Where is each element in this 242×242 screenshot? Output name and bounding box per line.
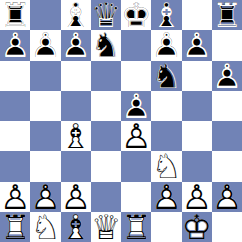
piece-outline: ♖ bbox=[121, 212, 151, 242]
square-b1[interactable]: ♞♘ bbox=[30, 212, 60, 242]
square-d3[interactable] bbox=[91, 151, 121, 181]
piece-white-bishop[interactable]: ♝♗ bbox=[61, 121, 91, 151]
square-e7[interactable] bbox=[121, 30, 151, 60]
square-h1[interactable] bbox=[212, 212, 242, 242]
piece-outline: ♕ bbox=[91, 212, 121, 242]
piece-white-queen[interactable]: ♛♕ bbox=[91, 212, 121, 242]
square-h8[interactable]: ♜♖ bbox=[212, 0, 242, 30]
square-g6[interactable] bbox=[182, 61, 212, 91]
square-g1[interactable]: ♚♔ bbox=[182, 212, 212, 242]
piece-outline: ♘ bbox=[30, 212, 60, 242]
square-b5[interactable] bbox=[30, 91, 60, 121]
square-e1[interactable]: ♜♖ bbox=[121, 212, 151, 242]
piece-white-pawn[interactable]: ♟♙ bbox=[151, 182, 181, 212]
square-c1[interactable]: ♝♗ bbox=[61, 212, 91, 242]
square-g4[interactable] bbox=[182, 121, 212, 151]
square-f5[interactable] bbox=[151, 91, 181, 121]
piece-outline: ♖ bbox=[212, 0, 242, 30]
square-h6[interactable]: ♟♙ bbox=[212, 61, 242, 91]
piece-outline: ♗ bbox=[60, 121, 90, 151]
chess-board: ♜♖♝♗♛♕♚♔♝♗♜♖♟♙♟♙♟♙♞♘♟♙♟♙♞♘♟♙♟♙♝♗♟♙♞♘♟♙♟♙… bbox=[0, 0, 242, 242]
piece-black-king[interactable]: ♚♔ bbox=[121, 0, 151, 30]
square-b4[interactable] bbox=[30, 121, 60, 151]
piece-outline: ♔ bbox=[121, 0, 151, 30]
piece-outline: ♙ bbox=[212, 182, 242, 212]
square-b6[interactable] bbox=[30, 61, 60, 91]
piece-white-king[interactable]: ♚♔ bbox=[182, 212, 212, 242]
piece-white-pawn[interactable]: ♟♙ bbox=[212, 182, 242, 212]
piece-white-knight[interactable]: ♞♘ bbox=[30, 212, 60, 242]
square-d7[interactable]: ♞♘ bbox=[91, 30, 121, 60]
piece-outline: ♗ bbox=[60, 212, 90, 242]
piece-black-knight[interactable]: ♞♘ bbox=[151, 61, 181, 91]
piece-outline: ♔ bbox=[181, 212, 211, 242]
square-b7[interactable]: ♟♙ bbox=[30, 30, 60, 60]
piece-outline: ♙ bbox=[30, 30, 60, 60]
square-c4[interactable]: ♝♗ bbox=[61, 121, 91, 151]
piece-white-rook[interactable]: ♜♖ bbox=[0, 212, 30, 242]
piece-white-pawn[interactable]: ♟♙ bbox=[121, 121, 151, 151]
square-c6[interactable] bbox=[61, 61, 91, 91]
piece-outline: ♙ bbox=[181, 30, 211, 60]
piece-black-pawn[interactable]: ♟♙ bbox=[0, 30, 30, 60]
piece-white-bishop[interactable]: ♝♗ bbox=[61, 212, 91, 242]
square-e4[interactable]: ♟♙ bbox=[121, 121, 151, 151]
piece-black-knight[interactable]: ♞♘ bbox=[91, 30, 121, 60]
piece-black-pawn[interactable]: ♟♙ bbox=[61, 30, 91, 60]
piece-outline: ♙ bbox=[121, 121, 151, 151]
square-a5[interactable] bbox=[0, 91, 30, 121]
piece-outline: ♙ bbox=[212, 61, 242, 91]
piece-black-rook[interactable]: ♜♖ bbox=[212, 0, 242, 30]
piece-outline: ♖ bbox=[0, 212, 30, 242]
piece-outline: ♙ bbox=[60, 30, 90, 60]
square-a6[interactable] bbox=[0, 61, 30, 91]
square-d1[interactable]: ♛♕ bbox=[91, 212, 121, 242]
piece-outline: ♘ bbox=[151, 61, 181, 91]
square-a4[interactable] bbox=[0, 121, 30, 151]
square-a1[interactable]: ♜♖ bbox=[0, 212, 30, 242]
square-h4[interactable] bbox=[212, 121, 242, 151]
piece-outline: ♙ bbox=[151, 182, 181, 212]
piece-outline: ♙ bbox=[0, 30, 30, 60]
square-d6[interactable] bbox=[91, 61, 121, 91]
piece-black-pawn[interactable]: ♟♙ bbox=[182, 30, 212, 60]
square-a7[interactable]: ♟♙ bbox=[0, 30, 30, 60]
piece-outline: ♘ bbox=[91, 30, 121, 60]
square-d4[interactable] bbox=[91, 121, 121, 151]
square-d5[interactable] bbox=[91, 91, 121, 121]
square-e8[interactable]: ♚♔ bbox=[121, 0, 151, 30]
square-g5[interactable] bbox=[182, 91, 212, 121]
square-f6[interactable]: ♞♘ bbox=[151, 61, 181, 91]
square-f1[interactable] bbox=[151, 212, 181, 242]
piece-white-rook[interactable]: ♜♖ bbox=[121, 212, 151, 242]
square-e3[interactable] bbox=[121, 151, 151, 181]
square-h5[interactable] bbox=[212, 91, 242, 121]
square-c7[interactable]: ♟♙ bbox=[61, 30, 91, 60]
piece-black-pawn[interactable]: ♟♙ bbox=[30, 30, 60, 60]
square-f2[interactable]: ♟♙ bbox=[151, 182, 181, 212]
square-h2[interactable]: ♟♙ bbox=[212, 182, 242, 212]
square-g7[interactable]: ♟♙ bbox=[182, 30, 212, 60]
piece-black-pawn[interactable]: ♟♙ bbox=[212, 61, 242, 91]
